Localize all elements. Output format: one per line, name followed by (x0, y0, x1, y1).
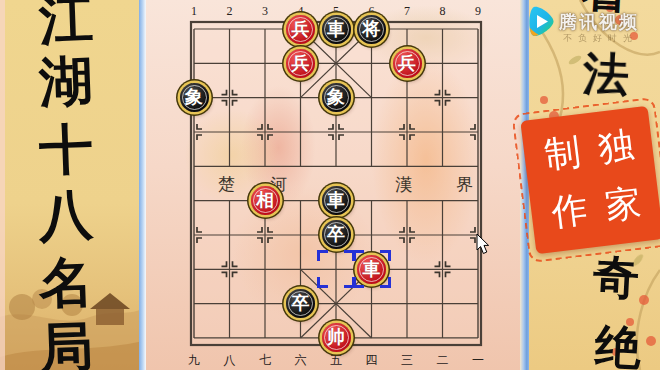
piece-black[interactable]: 将 (357, 15, 386, 44)
left-title-banner: 江湖十八名局 (0, 0, 146, 370)
file-label-top: 7 (398, 4, 416, 19)
file-label-top: 3 (256, 4, 274, 19)
river-label: 界 (456, 173, 473, 196)
seal-char: 独 (587, 115, 646, 179)
piece-red[interactable]: 兵 (286, 49, 315, 78)
piece-glyph: 相 (256, 186, 274, 215)
seal-char: 作 (540, 179, 599, 243)
piece-red[interactable]: 帅 (322, 323, 351, 352)
seal-char: 家 (594, 172, 653, 236)
piece-black[interactable]: 象 (322, 83, 351, 112)
mouse-cursor (476, 234, 492, 256)
piece-glyph: 兵 (398, 49, 416, 78)
tencent-video-watermark: 腾讯视频 不负好时光 (521, 2, 659, 44)
banner-char-right: 绝 (589, 322, 648, 370)
seal-char: 制 (533, 121, 592, 185)
file-label-bottom: 二 (434, 352, 452, 369)
piece-glyph: 車 (363, 255, 381, 284)
piece-red[interactable]: 兵 (286, 15, 315, 44)
banner-char-left: 十 (33, 119, 99, 181)
banner-char-left: 局 (33, 317, 99, 370)
piece-glyph: 兵 (292, 15, 310, 44)
piece-glyph: 帅 (327, 323, 345, 352)
file-label-bottom: 九 (185, 352, 203, 369)
file-label-bottom: 六 (292, 352, 310, 369)
piece-black[interactable]: 卒 (286, 289, 315, 318)
river-label: 漢 (395, 173, 412, 196)
file-label-top: 1 (185, 4, 203, 19)
file-label-bottom: 七 (256, 352, 274, 369)
frame-edge (0, 0, 5, 370)
watermark-slogan: 不负好时光 (563, 32, 638, 45)
file-label-bottom: 一 (469, 352, 487, 369)
file-label-bottom: 三 (398, 352, 416, 369)
piece-glyph: 将 (363, 15, 381, 44)
file-label-top: 9 (469, 4, 487, 19)
watermark-brand: 腾讯视频 (559, 10, 639, 34)
banner-char-left: 湖 (33, 51, 99, 113)
piece-glyph: 車 (327, 15, 345, 44)
piece-glyph: 車 (327, 186, 345, 215)
board-panel: 123456789九八七六五四三二一楚河漢界兵車将兵兵象象相車卒車卒帅 (146, 0, 520, 370)
file-label-top: 2 (221, 4, 239, 19)
banner-char-left: 名 (33, 252, 99, 314)
banner-char-right: 奇 (587, 252, 646, 305)
piece-glyph: 象 (185, 83, 203, 112)
piece-glyph: 象 (327, 83, 345, 112)
piece-glyph: 兵 (292, 49, 310, 78)
piece-black[interactable]: 象 (180, 83, 209, 112)
exclusive-production-seal: 独家制作 (520, 106, 660, 255)
banner-char-right: 法 (577, 49, 636, 102)
piece-glyph: 卒 (292, 289, 310, 318)
piece-black[interactable]: 車 (322, 186, 351, 215)
file-label-bottom: 八 (221, 352, 239, 369)
piece-black[interactable]: 車 (322, 15, 351, 44)
video-frame: 江湖十八名局 123456789九八七六五四三二一楚河漢界兵車将兵兵象象相車卒車… (0, 0, 660, 370)
file-label-top: 8 (434, 4, 452, 19)
play-button-logo (523, 4, 557, 40)
piece-glyph: 卒 (327, 220, 345, 249)
piece-red[interactable]: 相 (251, 186, 280, 215)
piece-black[interactable]: 卒 (322, 220, 351, 249)
file-label-bottom: 五 (327, 352, 345, 369)
banner-char-left: 江 (33, 0, 99, 51)
river-label: 楚 (218, 173, 235, 196)
piece-red[interactable]: 車 (357, 255, 386, 284)
piece-red[interactable]: 兵 (393, 49, 422, 78)
banner-char-left: 八 (33, 185, 99, 247)
file-label-bottom: 四 (363, 352, 381, 369)
xiangqi-board[interactable]: 123456789九八七六五四三二一楚河漢界兵車将兵兵象象相車卒車卒帅 (146, 0, 520, 370)
